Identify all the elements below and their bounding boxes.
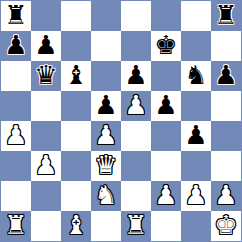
square-b7[interactable]: ♟ xyxy=(31,31,61,61)
piece-black-pawn[interactable]: ♟ xyxy=(214,61,237,90)
square-c1[interactable]: ♝ xyxy=(61,211,91,241)
square-a2[interactable] xyxy=(1,181,31,211)
square-e4[interactable] xyxy=(121,121,151,151)
piece-black-pawn[interactable]: ♟ xyxy=(4,31,27,60)
square-e7[interactable] xyxy=(121,31,151,61)
square-f3[interactable] xyxy=(151,151,181,181)
square-a8[interactable]: ♜ xyxy=(1,1,31,31)
square-h2[interactable]: ♟ xyxy=(211,181,241,211)
square-g1[interactable] xyxy=(181,211,211,241)
square-g5[interactable] xyxy=(181,91,211,121)
square-a4[interactable]: ♟ xyxy=(1,121,31,151)
square-e2[interactable] xyxy=(121,181,151,211)
chess-board-container: ♜♜♟♟♚♛♝♟♞♟♟♟♟♟♟♟♟♛♞♟♟♟♜♝♜♚ xyxy=(0,0,242,242)
piece-white-pawn[interactable]: ♟ xyxy=(94,121,117,150)
square-b5[interactable] xyxy=(31,91,61,121)
square-b3[interactable]: ♟ xyxy=(31,151,61,181)
square-c7[interactable] xyxy=(61,31,91,61)
square-b2[interactable] xyxy=(31,181,61,211)
square-c3[interactable] xyxy=(61,151,91,181)
piece-white-pawn[interactable]: ♟ xyxy=(124,91,147,120)
square-h8[interactable]: ♜ xyxy=(211,1,241,31)
square-d4[interactable]: ♟ xyxy=(91,121,121,151)
piece-black-pawn[interactable]: ♟ xyxy=(124,61,147,90)
piece-white-bishop[interactable]: ♝ xyxy=(64,211,87,240)
square-g7[interactable] xyxy=(181,31,211,61)
square-e5[interactable]: ♟ xyxy=(121,91,151,121)
square-e8[interactable] xyxy=(121,1,151,31)
square-f2[interactable]: ♟ xyxy=(151,181,181,211)
square-d3[interactable]: ♛ xyxy=(91,151,121,181)
piece-white-king[interactable]: ♚ xyxy=(214,211,237,240)
piece-black-rook[interactable]: ♜ xyxy=(214,1,237,30)
square-h5[interactable] xyxy=(211,91,241,121)
square-d6[interactable] xyxy=(91,61,121,91)
square-b1[interactable] xyxy=(31,211,61,241)
square-h7[interactable] xyxy=(211,31,241,61)
square-f1[interactable] xyxy=(151,211,181,241)
square-b8[interactable] xyxy=(31,1,61,31)
square-d1[interactable] xyxy=(91,211,121,241)
piece-white-pawn[interactable]: ♟ xyxy=(214,181,237,210)
square-c6[interactable]: ♝ xyxy=(61,61,91,91)
chess-board: ♜♜♟♟♚♛♝♟♞♟♟♟♟♟♟♟♟♛♞♟♟♟♜♝♜♚ xyxy=(0,0,242,242)
square-e6[interactable]: ♟ xyxy=(121,61,151,91)
square-g2[interactable]: ♟ xyxy=(181,181,211,211)
piece-white-knight[interactable]: ♞ xyxy=(94,181,117,210)
piece-black-knight[interactable]: ♞ xyxy=(184,61,207,90)
square-a6[interactable] xyxy=(1,61,31,91)
square-c2[interactable] xyxy=(61,181,91,211)
piece-black-rook[interactable]: ♜ xyxy=(4,1,27,30)
square-c4[interactable] xyxy=(61,121,91,151)
piece-white-pawn[interactable]: ♟ xyxy=(34,151,57,180)
piece-black-pawn[interactable]: ♟ xyxy=(154,91,177,120)
piece-black-pawn[interactable]: ♟ xyxy=(184,121,207,150)
square-c5[interactable] xyxy=(61,91,91,121)
square-d7[interactable] xyxy=(91,31,121,61)
square-h3[interactable] xyxy=(211,151,241,181)
piece-white-pawn[interactable]: ♟ xyxy=(154,181,177,210)
square-a5[interactable] xyxy=(1,91,31,121)
piece-white-pawn[interactable]: ♟ xyxy=(4,121,27,150)
square-d8[interactable] xyxy=(91,1,121,31)
piece-black-bishop[interactable]: ♝ xyxy=(64,61,87,90)
square-d2[interactable]: ♞ xyxy=(91,181,121,211)
square-b4[interactable] xyxy=(31,121,61,151)
square-f5[interactable]: ♟ xyxy=(151,91,181,121)
square-f4[interactable] xyxy=(151,121,181,151)
square-e3[interactable] xyxy=(121,151,151,181)
square-f6[interactable] xyxy=(151,61,181,91)
square-h6[interactable]: ♟ xyxy=(211,61,241,91)
square-g8[interactable] xyxy=(181,1,211,31)
piece-black-pawn[interactable]: ♟ xyxy=(94,91,117,120)
square-e1[interactable]: ♜ xyxy=(121,211,151,241)
piece-white-rook[interactable]: ♜ xyxy=(4,211,27,240)
square-g6[interactable]: ♞ xyxy=(181,61,211,91)
square-b6[interactable]: ♛ xyxy=(31,61,61,91)
square-h1[interactable]: ♚ xyxy=(211,211,241,241)
square-h4[interactable] xyxy=(211,121,241,151)
square-c8[interactable] xyxy=(61,1,91,31)
piece-white-queen[interactable]: ♛ xyxy=(94,151,117,180)
square-f8[interactable] xyxy=(151,1,181,31)
square-a3[interactable] xyxy=(1,151,31,181)
square-a1[interactable]: ♜ xyxy=(1,211,31,241)
piece-black-queen[interactable]: ♛ xyxy=(34,61,57,90)
square-g4[interactable]: ♟ xyxy=(181,121,211,151)
piece-white-pawn[interactable]: ♟ xyxy=(184,181,207,210)
piece-black-pawn[interactable]: ♟ xyxy=(34,31,57,60)
square-f7[interactable]: ♚ xyxy=(151,31,181,61)
piece-black-king[interactable]: ♚ xyxy=(154,31,177,60)
square-g3[interactable] xyxy=(181,151,211,181)
square-a7[interactable]: ♟ xyxy=(1,31,31,61)
piece-white-rook[interactable]: ♜ xyxy=(124,211,147,240)
square-d5[interactable]: ♟ xyxy=(91,91,121,121)
